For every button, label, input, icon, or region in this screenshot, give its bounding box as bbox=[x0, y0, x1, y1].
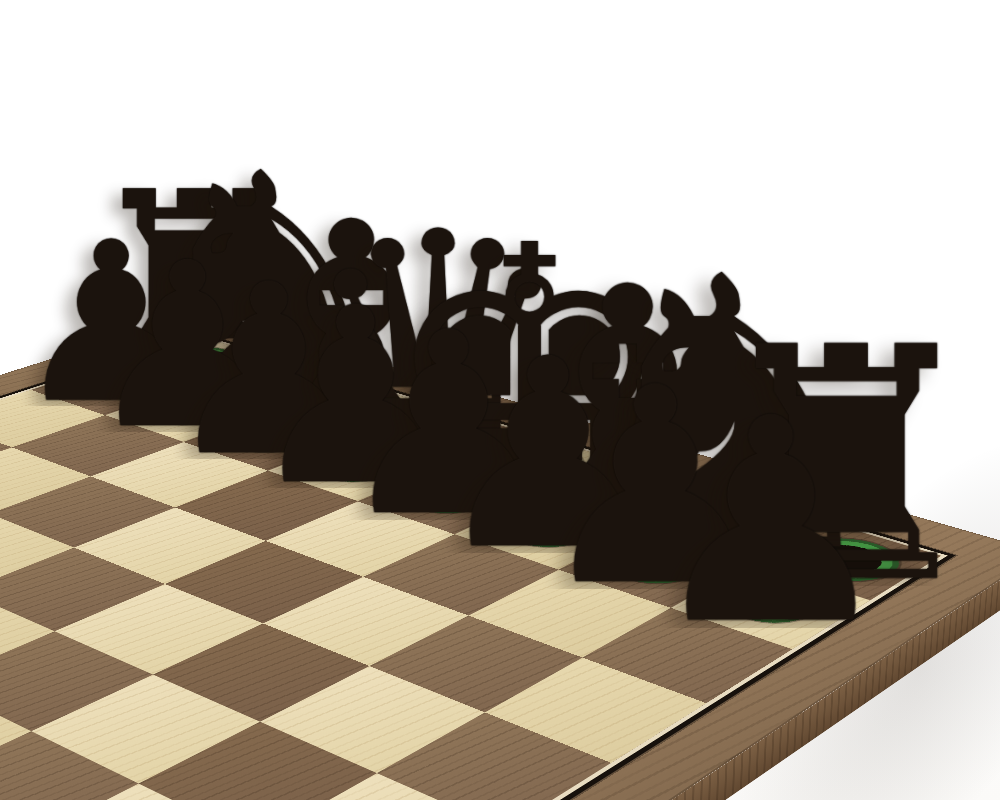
photo-frame: ♜♞♝♛♚♝♞♜♟♟♟♟♟♟♟♟ bbox=[0, 0, 1000, 800]
chess-board: ♜♞♝♛♚♝♞♜♟♟♟♟♟♟♟♟ bbox=[0, 312, 1000, 800]
black-pawn: ♟ bbox=[516, 382, 1000, 664]
square-h4 bbox=[377, 712, 611, 800]
scene: ♜♞♝♛♚♝♞♜♟♟♟♟♟♟♟♟ bbox=[0, 0, 1000, 800]
